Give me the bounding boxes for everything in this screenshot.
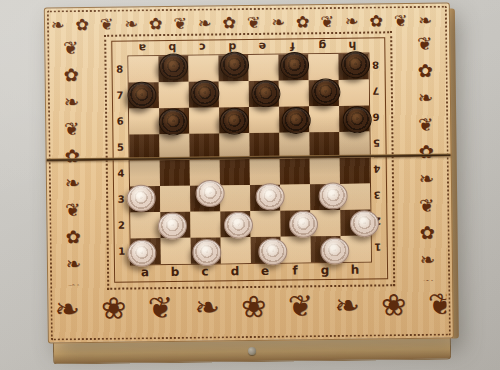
- coord-label-a: a: [127, 40, 157, 55]
- square-b3[interactable]: [160, 186, 190, 212]
- square-e3[interactable]: [250, 185, 280, 211]
- light-checker-c1[interactable]: [192, 239, 221, 266]
- coord-label-7: 7: [368, 78, 384, 104]
- dark-checker-e7[interactable]: [251, 80, 280, 107]
- coord-label-f: f: [280, 262, 310, 277]
- coord-label-4: 4: [369, 156, 385, 182]
- coord-label-7: 7: [112, 82, 128, 108]
- square-d3[interactable]: [220, 185, 250, 211]
- square-b1[interactable]: [161, 238, 191, 264]
- square-h6[interactable]: [339, 106, 369, 132]
- dark-checker-f8[interactable]: [280, 52, 309, 79]
- coord-label-e: e: [247, 39, 277, 54]
- square-g4[interactable]: [310, 158, 340, 184]
- coord-label-c: c: [187, 39, 217, 54]
- square-g3[interactable]: [310, 184, 340, 210]
- ornament-border-bottom: ❧ ❀ ❦ ❧ ❀ ❦ ❧ ❀ ❦ ❧ ❀ ❦ ❧ ❀ ❦ ❧ ❀ ❦: [54, 280, 447, 337]
- coord-label-6: 6: [112, 108, 128, 134]
- square-h7[interactable]: [339, 80, 369, 106]
- coord-label-5: 5: [112, 134, 128, 160]
- square-b4[interactable]: [160, 160, 190, 186]
- square-c3[interactable]: [190, 185, 220, 211]
- coord-label-2: 2: [113, 212, 129, 238]
- square-d2[interactable]: [220, 211, 250, 237]
- square-b8[interactable]: [158, 56, 188, 82]
- square-e2[interactable]: [250, 211, 280, 237]
- square-d1[interactable]: [221, 237, 251, 263]
- square-d4[interactable]: [220, 159, 250, 185]
- square-e8[interactable]: [248, 55, 278, 81]
- dark-checker-b6[interactable]: [159, 108, 188, 135]
- square-d8[interactable]: [218, 55, 248, 81]
- dark-checker-a7[interactable]: [127, 82, 156, 109]
- square-e7[interactable]: [249, 81, 279, 107]
- square-a7[interactable]: [129, 82, 159, 108]
- square-h4[interactable]: [340, 158, 370, 184]
- square-a8[interactable]: [128, 56, 158, 82]
- square-g8[interactable]: [308, 54, 338, 80]
- square-f8[interactable]: [278, 54, 308, 80]
- square-a6[interactable]: [129, 108, 159, 134]
- square-f2[interactable]: [280, 210, 310, 236]
- light-checker-h2[interactable]: [350, 210, 379, 237]
- square-a3[interactable]: [130, 186, 160, 212]
- coord-label-g: g: [307, 38, 337, 53]
- light-checker-a3[interactable]: [126, 185, 155, 212]
- checkers-box: ❧ ✿ ❦ ❧ ✿ ❦ ❧ ✿ ❦ ❧ ✿ ❦ ❧ ✿ ❦ ❧ ✿ ❦ ❧ ✿ …: [44, 2, 460, 367]
- dark-checker-f6[interactable]: [282, 107, 311, 134]
- square-d7[interactable]: [219, 81, 249, 107]
- coord-label-8: 8: [111, 56, 127, 82]
- dark-checker-h6[interactable]: [343, 106, 372, 133]
- square-f7[interactable]: [279, 80, 309, 106]
- square-h2[interactable]: [340, 210, 370, 236]
- coord-label-1: 1: [370, 234, 386, 260]
- square-a2[interactable]: [130, 212, 160, 238]
- coord-label-5: 5: [368, 130, 384, 156]
- photo-background: ❧ ✿ ❦ ❧ ✿ ❦ ❧ ✿ ❦ ❧ ✿ ❦ ❧ ✿ ❦ ❧ ✿ ❦ ❧ ✿ …: [0, 0, 500, 370]
- square-c6[interactable]: [189, 107, 219, 133]
- square-f4[interactable]: [280, 158, 310, 184]
- dark-checker-h8[interactable]: [341, 51, 370, 78]
- dark-checker-c7[interactable]: [190, 80, 219, 107]
- square-c8[interactable]: [188, 55, 218, 81]
- light-checker-a1[interactable]: [127, 240, 156, 267]
- clasp-pin-icon: [248, 347, 256, 355]
- light-checker-d2[interactable]: [224, 211, 253, 238]
- square-a1[interactable]: [131, 238, 161, 264]
- dark-checker-g7[interactable]: [311, 78, 340, 105]
- dark-checker-b8[interactable]: [159, 53, 188, 80]
- ornament-border-top: ❧ ✿ ❦ ❧ ✿ ❦ ❧ ✿ ❦ ❧ ✿ ❦ ❧ ✿ ❦ ❧ ✿ ❦ ❧ ✿ …: [51, 9, 443, 37]
- square-e4[interactable]: [250, 159, 280, 185]
- square-c1[interactable]: [191, 237, 221, 263]
- square-b6[interactable]: [159, 108, 189, 134]
- square-a4[interactable]: [130, 160, 160, 186]
- coord-label-3: 3: [369, 182, 385, 208]
- square-g6[interactable]: [309, 106, 339, 132]
- coord-label-b: b: [160, 264, 190, 279]
- coord-label-h: h: [340, 262, 370, 277]
- square-c7[interactable]: [189, 81, 219, 107]
- light-checker-b2[interactable]: [158, 212, 187, 239]
- dark-checker-d6[interactable]: [220, 108, 249, 135]
- square-g7[interactable]: [309, 80, 339, 106]
- square-b2[interactable]: [160, 212, 190, 238]
- square-h8[interactable]: [338, 54, 368, 80]
- square-d6[interactable]: [219, 107, 249, 133]
- square-b7[interactable]: [159, 82, 189, 108]
- board-face: ❧ ✿ ❦ ❧ ✿ ❦ ❧ ✿ ❦ ❧ ✿ ❦ ❧ ✿ ❦ ❧ ✿ ❦ ❧ ✿ …: [44, 3, 454, 344]
- square-g1[interactable]: [311, 236, 341, 262]
- coord-label-4: 4: [113, 160, 129, 186]
- square-f6[interactable]: [279, 106, 309, 132]
- dark-checker-d8[interactable]: [220, 52, 249, 79]
- square-e1[interactable]: [251, 237, 281, 263]
- square-c2[interactable]: [190, 211, 220, 237]
- square-e6[interactable]: [249, 107, 279, 133]
- coord-label-d: d: [220, 263, 250, 278]
